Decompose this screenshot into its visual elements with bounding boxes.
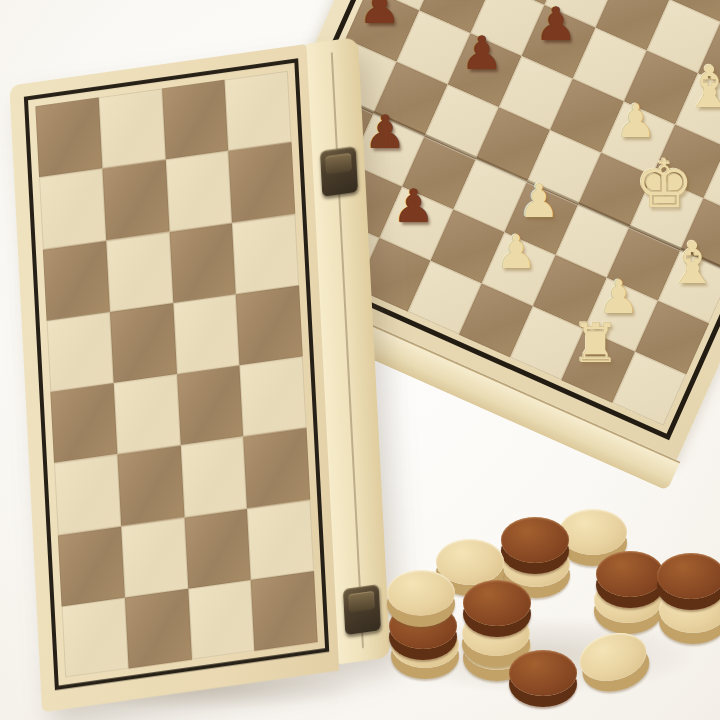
checkers-pile xyxy=(370,495,720,720)
folded-chess-box xyxy=(9,37,390,713)
folded-board-square xyxy=(102,160,169,240)
folded-board-square xyxy=(177,365,244,445)
box-halves-seam xyxy=(331,53,364,649)
folded-box-front-face xyxy=(9,44,339,712)
folded-board-square xyxy=(47,312,114,392)
folded-board-square xyxy=(188,580,255,660)
light-pawn-glyph: ♟ xyxy=(615,98,656,144)
folded-board-square xyxy=(165,151,232,231)
checker-disc-dark xyxy=(657,553,720,599)
folded-board-square xyxy=(50,383,117,463)
product-photo-canvas: { "scene": { "description": "Product pho… xyxy=(0,0,720,720)
light-bishop-glyph: ♝ xyxy=(666,234,718,292)
folded-board-square xyxy=(117,446,184,526)
folded-board-square xyxy=(173,294,240,374)
folded-board-square xyxy=(162,80,229,160)
light-pawn-glyph: ♟ xyxy=(496,229,537,275)
dark-pawn-glyph: ♟ xyxy=(365,109,406,155)
folded-board-square xyxy=(121,517,188,597)
dark-pawn-glyph: ♟ xyxy=(433,0,474,2)
latch-clasp-icon xyxy=(320,146,358,197)
folded-board-square xyxy=(98,89,165,169)
folded-board-square xyxy=(125,589,192,669)
folded-board-square xyxy=(169,223,236,303)
folded-board-square xyxy=(225,71,292,151)
folded-board-grid xyxy=(35,71,317,678)
dark-pawn-glyph: ♟ xyxy=(359,0,400,30)
folded-board-square xyxy=(35,97,102,177)
dark-pawn-glyph: ♟ xyxy=(393,183,434,229)
checker-disc-light xyxy=(559,509,627,555)
folded-board-square xyxy=(43,240,110,320)
light-bishop-glyph: ♝ xyxy=(684,58,720,116)
folded-board-square xyxy=(113,374,180,454)
folded-board-square xyxy=(232,214,299,294)
folded-board-square xyxy=(110,303,177,383)
folded-board-square xyxy=(62,597,129,677)
dark-pawn-glyph: ♟ xyxy=(536,1,577,47)
light-pawn-glyph: ♟ xyxy=(518,178,559,224)
folded-board-square xyxy=(251,571,318,651)
folded-board-square xyxy=(180,437,247,517)
folded-board-square xyxy=(58,526,125,606)
folded-board-square xyxy=(243,428,310,508)
folded-board-square xyxy=(39,169,106,249)
folded-board-square xyxy=(106,231,173,311)
folded-board-square xyxy=(184,508,251,588)
checker-disc-dark xyxy=(509,650,577,696)
checker-disc-light xyxy=(387,570,455,616)
checker-disc-dark xyxy=(463,580,531,626)
folded-board-square xyxy=(236,285,303,365)
dark-pawn-glyph: ♟ xyxy=(462,30,503,76)
checker-disc-dark xyxy=(596,551,664,597)
checker-disc-dark xyxy=(501,517,569,563)
folded-board-square xyxy=(228,142,295,222)
folded-board-square xyxy=(240,357,307,437)
light-king-glyph: ♚ xyxy=(634,152,693,218)
light-rook-glyph: ♜ xyxy=(572,317,620,371)
folded-board-square xyxy=(54,455,121,535)
folded-board-square xyxy=(247,499,314,579)
